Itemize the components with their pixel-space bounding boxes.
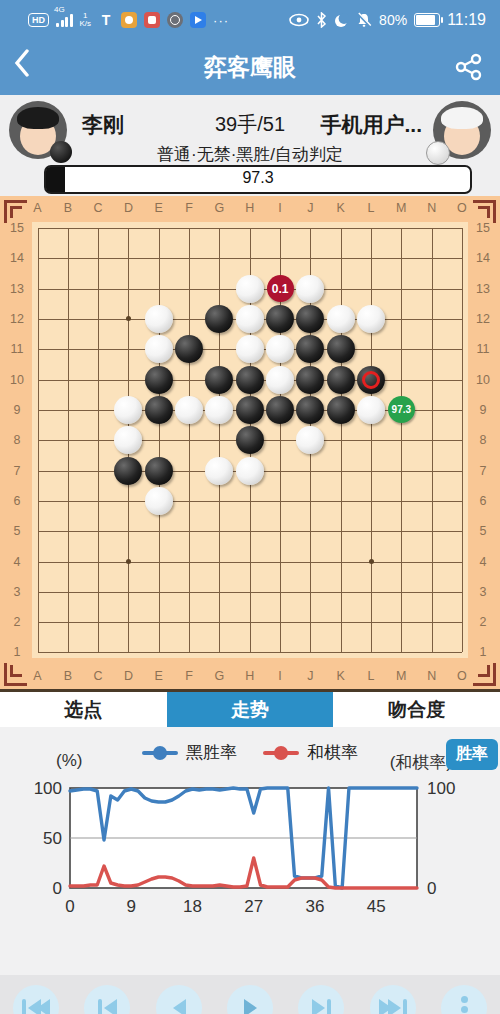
move-counter: 39手/51 [0, 111, 500, 138]
column-label: C [94, 201, 103, 215]
column-label: M [396, 201, 406, 215]
white-stone-E12 [145, 305, 173, 333]
star-point [369, 559, 374, 564]
row-label: 13 [476, 282, 490, 296]
row-label: 12 [476, 312, 490, 326]
grid-line-h [38, 562, 462, 563]
row-label: 15 [10, 221, 24, 235]
black-stone-H8 [236, 426, 264, 454]
row-label: 4 [479, 555, 486, 569]
column-label: O [457, 669, 467, 683]
black-stone-E10 [145, 366, 173, 394]
white-stone-I10 [266, 366, 294, 394]
column-label: B [64, 669, 72, 683]
row-label: 6 [479, 494, 486, 508]
jump-to-start-button[interactable] [13, 985, 59, 1014]
svg-text:50: 50 [43, 829, 62, 848]
black-stone-L10 [357, 366, 385, 394]
row-label: 5 [479, 524, 486, 538]
y-axis-unit-label: (%) [56, 751, 82, 771]
svg-text:27: 27 [244, 897, 263, 916]
status-bar: HD 4G 1K/s T ··· 80% 11:19 [0, 0, 500, 40]
mute-bell-icon [356, 12, 372, 28]
black-stone-E9 [145, 396, 173, 424]
last-move-marker [362, 371, 380, 389]
column-label: L [368, 669, 375, 683]
row-label: 11 [476, 342, 489, 356]
bluetooth-icon [316, 12, 327, 28]
white-player-name: 手机用户... [320, 111, 422, 139]
signal-icon: 4G [56, 13, 73, 27]
black-stone-H10 [236, 366, 264, 394]
step-back-button[interactable] [156, 985, 202, 1014]
eval-marker-I13: 0.1 [267, 275, 294, 302]
column-label: J [307, 669, 313, 683]
row-label: 12 [10, 312, 24, 326]
row-label: 13 [10, 282, 24, 296]
svg-text:0: 0 [427, 879, 436, 898]
black-stone-D7 [114, 457, 142, 485]
svg-text:36: 36 [305, 897, 324, 916]
black-stone-K9 [327, 396, 355, 424]
row-label: 15 [476, 221, 490, 235]
grid-line-h [38, 652, 462, 653]
win-rate-bar: 97.3 [44, 165, 472, 194]
step-forward-button[interactable] [227, 985, 273, 1014]
white-stone-F9 [175, 396, 203, 424]
white-stone-H11 [236, 335, 264, 363]
column-label: N [427, 669, 436, 683]
page-title: 弈客鹰眼 [0, 52, 500, 83]
column-label: J [307, 201, 313, 215]
black-stone-J10 [296, 366, 324, 394]
svg-text:100: 100 [34, 779, 62, 798]
next-branch-button[interactable] [298, 985, 344, 1014]
jump-to-end-button[interactable] [370, 985, 416, 1014]
legend-blue-line-icon [142, 751, 178, 755]
notification-app-icon-2 [121, 12, 137, 28]
grid-line-h [38, 622, 462, 623]
network-speed: 1K/s [80, 12, 92, 28]
column-label: O [457, 201, 467, 215]
notification-app-icon-3 [144, 12, 160, 28]
star-point [126, 559, 131, 564]
row-label: 4 [14, 555, 21, 569]
black-stone-I9 [266, 396, 294, 424]
more-notifications-icon: ··· [213, 13, 229, 28]
column-label: D [124, 669, 133, 683]
row-label: 8 [14, 433, 21, 447]
column-label: A [33, 201, 41, 215]
column-label: F [185, 201, 193, 215]
notification-app-icon-5 [190, 12, 206, 28]
column-label: F [185, 669, 193, 683]
row-label: 7 [479, 464, 486, 478]
row-label: 1 [14, 645, 21, 659]
clock-time: 11:19 [447, 11, 486, 29]
legend-red-line-icon [263, 751, 299, 755]
row-label: 1 [479, 645, 486, 659]
column-label: H [245, 201, 254, 215]
grid-line-v [401, 228, 402, 652]
svg-text:9: 9 [127, 897, 136, 916]
game-rules-text: 普通·无禁·黑胜/自动判定 [0, 143, 500, 166]
white-stone-J13 [296, 275, 324, 303]
row-label: 14 [476, 251, 490, 265]
winrate-line-chart: 10050010000918273645 [0, 775, 500, 965]
trend-chart-panel: 黑胜率 和棋率 (%) (和棋率) 胜率 1005001000091827364… [0, 727, 500, 975]
players-bar: 李刚 39手/51 手机用户... 普通·无禁·黑胜/自动判定 97.3 [0, 95, 500, 196]
column-label: C [94, 669, 103, 683]
eye-comfort-icon [289, 13, 309, 27]
white-stone-H7 [236, 457, 264, 485]
black-stone-E7 [145, 457, 173, 485]
notification-app-icon-4 [167, 12, 183, 28]
column-label: G [215, 201, 225, 215]
legend-black-winrate: 黑胜率 [142, 741, 237, 764]
row-label: 10 [476, 373, 490, 387]
column-label: B [64, 201, 72, 215]
row-label: 9 [14, 403, 21, 417]
row-label: 5 [14, 524, 21, 538]
tab-match-rate[interactable]: 吻合度 [333, 692, 500, 727]
white-stone-K12 [327, 305, 355, 333]
share-icon [454, 52, 484, 82]
column-label: H [245, 669, 254, 683]
row-label: 8 [479, 433, 486, 447]
column-label: K [337, 201, 345, 215]
tab-trend[interactable]: 走势 [167, 692, 334, 727]
rate-toggle-button[interactable]: 胜率 [446, 739, 498, 770]
app-screen: HD 4G 1K/s T ··· 80% 11:19 弈客鹰眼 [0, 0, 500, 1014]
navigation-toolbar [0, 975, 500, 1014]
gomoku-board[interactable]: AA1515BB1414CC1313DD1212EE1111FF1010GG99… [0, 196, 500, 692]
white-stone-L9 [357, 396, 385, 424]
svg-text:45: 45 [367, 897, 386, 916]
column-label: I [278, 201, 281, 215]
row-label: 2 [479, 615, 486, 629]
black-stone-K11 [327, 335, 355, 363]
tab-candidate-points[interactable]: 选点 [0, 692, 167, 727]
battery-icon [414, 13, 440, 27]
svg-text:0: 0 [53, 879, 62, 898]
grid-line-h [38, 501, 462, 502]
row-label: 2 [14, 615, 21, 629]
battery-percent: 80% [379, 12, 407, 28]
grid-line-h [38, 531, 462, 532]
white-stone-H12 [236, 305, 264, 333]
svg-text:0: 0 [65, 897, 74, 916]
column-label: D [124, 201, 133, 215]
row-label: 3 [479, 585, 486, 599]
share-button[interactable] [454, 52, 484, 86]
hd-icon: HD [28, 13, 49, 27]
white-stone-E11 [145, 335, 173, 363]
column-label: A [33, 669, 41, 683]
svg-text:100: 100 [427, 779, 455, 798]
grid-line-v [371, 228, 372, 652]
night-mode-icon [334, 13, 349, 28]
column-label: L [368, 201, 375, 215]
row-label: 7 [14, 464, 21, 478]
column-label: G [215, 669, 225, 683]
white-stone-H13 [236, 275, 264, 303]
win-rate-value: 97.3 [46, 169, 470, 187]
white-stone-L12 [357, 305, 385, 333]
grid-line-h [38, 592, 462, 593]
svg-text:18: 18 [183, 897, 202, 916]
black-stone-I12 [266, 305, 294, 333]
column-label: I [278, 669, 281, 683]
row-label: 11 [11, 342, 24, 356]
grid-line-v [432, 228, 433, 652]
row-label: 6 [14, 494, 21, 508]
grid-line-v [462, 228, 463, 652]
black-stone-H9 [236, 396, 264, 424]
black-stone-G10 [205, 366, 233, 394]
right-axis-unit-label: (和棋率) [390, 751, 452, 774]
row-label: 10 [10, 373, 24, 387]
header: 弈客鹰眼 [0, 40, 500, 95]
previous-branch-button[interactable] [84, 985, 130, 1014]
grid-line-v [341, 228, 342, 652]
analysis-tabs: 选点 走势 吻合度 [0, 692, 500, 727]
more-options-button[interactable] [441, 985, 487, 1014]
black-stone-K10 [327, 366, 355, 394]
white-stone-E6 [145, 487, 173, 515]
column-label: E [155, 201, 163, 215]
row-label: 14 [10, 251, 24, 265]
column-label: M [396, 669, 406, 683]
column-label: N [427, 201, 436, 215]
row-label: 9 [479, 403, 486, 417]
notification-app-icon-1: T [98, 12, 114, 28]
column-label: K [337, 669, 345, 683]
row-label: 3 [14, 585, 21, 599]
white-stone-G7 [205, 457, 233, 485]
legend-draw-rate: 和棋率 [263, 741, 358, 764]
column-label: E [155, 669, 163, 683]
